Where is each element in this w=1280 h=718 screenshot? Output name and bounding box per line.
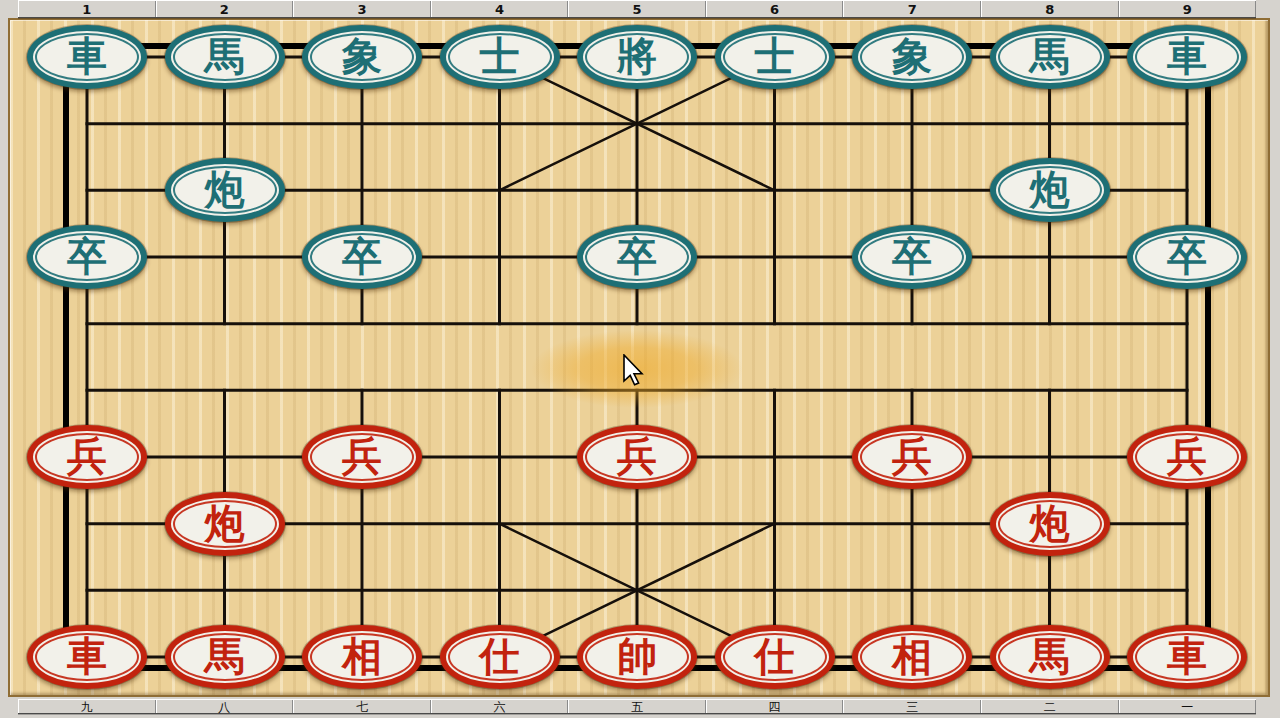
piece-glyph: 仕 [480, 636, 520, 676]
piece-glyph: 兵 [67, 436, 107, 476]
xiangqi-app-window: 123456789 九八七六五四三二一 車馬象士將士象馬車炮炮卒卒卒卒卒兵兵兵兵… [0, 0, 1280, 718]
piece-black-advisor[interactable]: 士 [440, 25, 560, 89]
file-label-top: 8 [981, 1, 1119, 17]
piece-glyph: 車 [67, 636, 107, 676]
piece-red-soldier[interactable]: 兵 [577, 425, 697, 489]
file-label-bottom: 五 [568, 700, 706, 713]
piece-glyph: 炮 [205, 169, 245, 209]
piece-black-advisor[interactable]: 士 [715, 25, 835, 89]
piece-red-chariot[interactable]: 車 [1127, 625, 1247, 689]
piece-black-chariot[interactable]: 車 [1127, 25, 1247, 89]
piece-red-soldier[interactable]: 兵 [27, 425, 147, 489]
file-label-top: 2 [156, 1, 294, 17]
piece-glyph: 仕 [755, 636, 795, 676]
piece-glyph: 馬 [205, 636, 245, 676]
file-label-bottom: 九 [18, 700, 156, 713]
piece-red-soldier[interactable]: 兵 [852, 425, 972, 489]
piece-black-general[interactable]: 將 [577, 25, 697, 89]
file-label-bottom: 一 [1119, 700, 1257, 713]
piece-red-cannon[interactable]: 炮 [990, 492, 1110, 556]
piece-glyph: 帥 [617, 636, 657, 676]
piece-black-horse[interactable]: 馬 [990, 25, 1110, 89]
piece-glyph: 馬 [205, 36, 245, 76]
piece-black-soldier[interactable]: 卒 [577, 225, 697, 289]
piece-glyph: 象 [892, 36, 932, 76]
piece-glyph: 相 [342, 636, 382, 676]
piece-glyph: 相 [892, 636, 932, 676]
piece-red-elephant[interactable]: 相 [852, 625, 972, 689]
file-label-top: 3 [293, 1, 431, 17]
piece-glyph: 炮 [205, 503, 245, 543]
piece-black-soldier[interactable]: 卒 [1127, 225, 1247, 289]
piece-black-elephant[interactable]: 象 [852, 25, 972, 89]
file-label-top: 4 [431, 1, 569, 17]
piece-red-chariot[interactable]: 車 [27, 625, 147, 689]
piece-red-horse[interactable]: 馬 [165, 625, 285, 689]
piece-glyph: 卒 [342, 236, 382, 276]
piece-black-horse[interactable]: 馬 [165, 25, 285, 89]
piece-glyph: 車 [1167, 36, 1207, 76]
piece-red-advisor[interactable]: 仕 [440, 625, 560, 689]
piece-glyph: 卒 [1167, 236, 1207, 276]
piece-glyph: 兵 [1167, 436, 1207, 476]
file-label-top: 9 [1119, 1, 1257, 17]
piece-red-elephant[interactable]: 相 [302, 625, 422, 689]
file-label-bottom: 三 [843, 700, 981, 713]
piece-glyph: 馬 [1030, 636, 1070, 676]
piece-black-cannon[interactable]: 炮 [165, 158, 285, 222]
file-label-top: 6 [706, 1, 844, 17]
piece-glyph: 卒 [892, 236, 932, 276]
piece-red-advisor[interactable]: 仕 [715, 625, 835, 689]
file-label-bottom: 八 [156, 700, 294, 713]
piece-glyph: 炮 [1030, 169, 1070, 209]
file-label-bottom: 六 [431, 700, 569, 713]
piece-glyph: 兵 [892, 436, 932, 476]
file-label-bottom: 七 [293, 700, 431, 713]
file-label-top: 7 [843, 1, 981, 17]
file-label-top: 1 [18, 1, 156, 17]
piece-black-soldier[interactable]: 卒 [27, 225, 147, 289]
piece-glyph: 卒 [617, 236, 657, 276]
piece-glyph: 士 [755, 36, 795, 76]
piece-red-soldier[interactable]: 兵 [302, 425, 422, 489]
piece-black-soldier[interactable]: 卒 [852, 225, 972, 289]
piece-glyph: 兵 [342, 436, 382, 476]
piece-glyph: 兵 [617, 436, 657, 476]
piece-glyph: 將 [617, 36, 657, 76]
piece-red-general[interactable]: 帥 [577, 625, 697, 689]
file-label-top: 5 [568, 1, 706, 17]
piece-red-cannon[interactable]: 炮 [165, 492, 285, 556]
piece-glyph: 馬 [1030, 36, 1070, 76]
piece-red-horse[interactable]: 馬 [990, 625, 1110, 689]
piece-glyph: 炮 [1030, 503, 1070, 543]
file-label-bottom: 四 [706, 700, 844, 713]
top-coordinate-strip: 123456789 [18, 0, 1256, 18]
piece-glyph: 車 [1167, 636, 1207, 676]
board-surface[interactable] [8, 18, 1270, 697]
bottom-coordinate-strip: 九八七六五四三二一 [18, 699, 1256, 714]
piece-black-soldier[interactable]: 卒 [302, 225, 422, 289]
file-label-bottom: 二 [981, 700, 1119, 713]
piece-glyph: 象 [342, 36, 382, 76]
piece-red-soldier[interactable]: 兵 [1127, 425, 1247, 489]
piece-glyph: 卒 [67, 236, 107, 276]
piece-black-chariot[interactable]: 車 [27, 25, 147, 89]
piece-glyph: 士 [480, 36, 520, 76]
piece-black-cannon[interactable]: 炮 [990, 158, 1110, 222]
piece-glyph: 車 [67, 36, 107, 76]
piece-black-elephant[interactable]: 象 [302, 25, 422, 89]
